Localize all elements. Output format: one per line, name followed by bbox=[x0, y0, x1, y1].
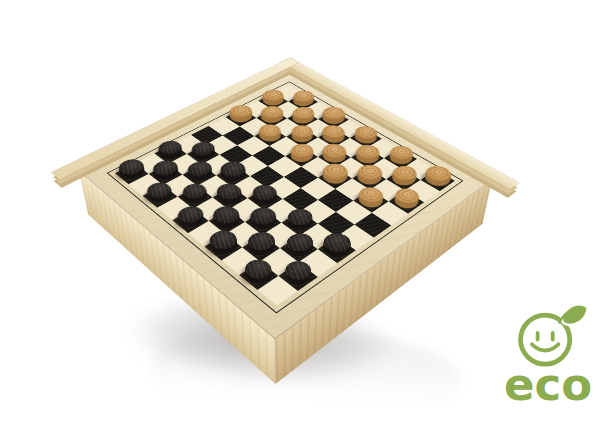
product-photo-stage: ⛀⛀⛀⛀⛀⛀⛀⛀⛀⛀⛀⛀⛀⛀⛀⛀⛀⛀⛀⛀⛂⛂⛂⛂⛂⛂⛂⛂⛂⛂⛂⛂⛂⛂⛂⛂⛂⛂⛂⛂… bbox=[0, 0, 600, 428]
eco-label: eco bbox=[498, 362, 598, 407]
dark-draughts-piece: ⛂ bbox=[280, 264, 316, 290]
dark-draughts-piece: ⛂ bbox=[115, 162, 149, 183]
eco-logo: eco bbox=[498, 298, 598, 416]
dark-draughts-piece: ⛂ bbox=[150, 163, 183, 184]
dark-draughts-piece: ⛂ bbox=[318, 236, 356, 263]
square-r3c10: ⛀ bbox=[389, 190, 424, 213]
light-draughts-piece: ⛀ bbox=[420, 169, 454, 191]
square-r10c1: ⛂ bbox=[115, 163, 149, 184]
dark-draughts-piece: ⛂ bbox=[144, 186, 177, 207]
square-r10c3: ⛂ bbox=[143, 185, 178, 208]
